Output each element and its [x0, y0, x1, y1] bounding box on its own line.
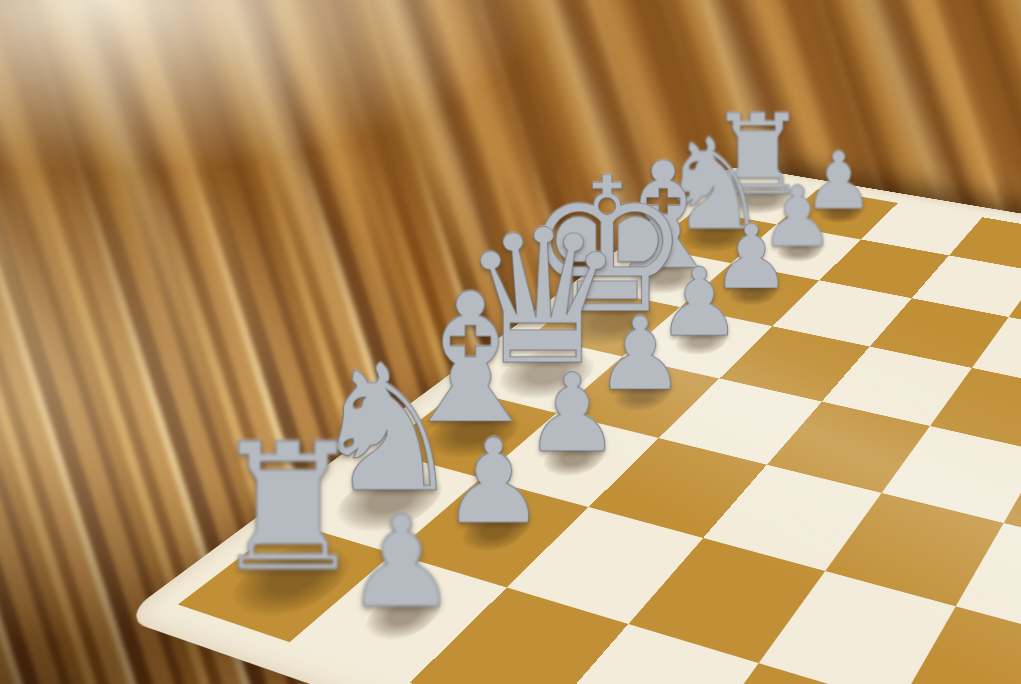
square-b4: [628, 538, 825, 663]
pawn-a2: ♟: [243, 499, 559, 627]
photo-scene: ♜♞♝♛♚♝♞♜♟♟♟♟♟♟♟♟: [0, 0, 1021, 684]
